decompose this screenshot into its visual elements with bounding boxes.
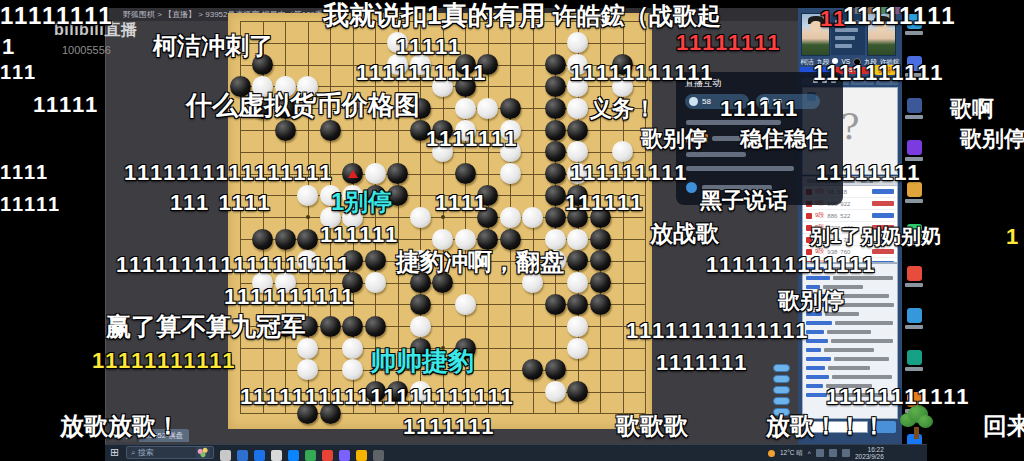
black-stone[interactable] [612,54,633,75]
black-stone[interactable] [477,229,498,250]
chat-message [806,312,894,316]
desktop-icon[interactable] [902,98,926,119]
white-stone[interactable] [342,338,363,359]
black-stone[interactable] [365,381,386,402]
taskbar-app-icon[interactable] [305,450,316,461]
chat-message [806,267,894,271]
desktop-icon[interactable] [868,7,875,14]
danmaku-comment: 1111 [0,162,49,182]
black-stone[interactable] [545,98,566,119]
match-info-line [835,20,861,24]
rank-grade: 9段 [815,211,824,220]
white-stone[interactable] [410,54,431,75]
white-stone[interactable] [432,229,453,250]
interaction-bottom-row [686,182,772,193]
black-stone[interactable] [342,272,363,293]
quick-action-button[interactable] [773,364,790,372]
player-photo-left [801,13,830,56]
white-stone[interactable] [567,338,588,359]
quick-action-button[interactable] [773,375,790,383]
win-rate-label: 45% [846,67,858,74]
black-stone[interactable] [365,316,386,337]
star-point [441,215,445,219]
black-stone[interactable] [567,381,588,402]
black-stone[interactable] [410,294,431,315]
tray-icon[interactable] [829,449,837,457]
black-stone[interactable] [522,359,543,380]
black-stone[interactable] [567,120,588,141]
white-stone[interactable] [275,76,296,97]
star-point [306,215,310,219]
white-stone[interactable] [567,141,588,162]
white-stone[interactable] [567,272,588,293]
player-name-bar [872,189,894,194]
danmaku-comment: 11111 [0,194,61,214]
table-row[interactable]: 9段 938 760 [803,246,897,258]
tree-icon [898,403,938,443]
chat-message [806,357,894,361]
chat-message [806,384,894,388]
room-number: 10005556 [62,44,111,56]
white-stone[interactable] [252,272,273,293]
black-stone[interactable] [297,229,318,250]
chat-message [806,330,894,334]
taskbar-app-icon[interactable] [322,450,333,461]
white-stone[interactable] [545,381,566,402]
score-2: 760 [840,249,850,255]
chat-message [806,348,894,352]
star-point [441,346,445,350]
player-left-name: 柯洁 [800,57,813,66]
black-stone[interactable] [590,207,611,228]
black-stone[interactable] [365,185,386,206]
white-stone[interactable] [387,32,408,53]
danmaku-comment: 歌别停 [960,128,1024,150]
black-stone[interactable] [410,338,431,359]
gift-counter-2[interactable]: 50 [756,94,820,109]
white-stone[interactable] [522,207,543,228]
white-stone[interactable] [365,163,386,184]
black-stone[interactable] [320,120,341,141]
white-stone[interactable] [500,163,521,184]
quick-action-button[interactable] [773,386,790,394]
desktop-icon-column[interactable] [902,14,926,461]
taskbar-app-icon[interactable] [288,450,299,461]
black-stone[interactable] [387,381,408,402]
weather-icon [768,450,775,457]
white-stone[interactable] [410,250,431,271]
white-stone[interactable] [522,272,543,293]
desktop-icon[interactable] [902,350,926,371]
white-stone[interactable] [500,120,521,141]
table-row[interactable]: 9段 1145 785 [803,234,897,246]
white-stone[interactable] [320,185,341,206]
black-stone[interactable] [590,272,611,293]
clock: 16:22 2023/9/26 [855,446,884,460]
white-stone[interactable] [297,185,318,206]
player-name-bar [872,201,894,206]
chat-message [806,276,894,280]
black-stone[interactable] [590,250,611,271]
black-stone[interactable] [567,207,588,228]
avatar [689,97,698,106]
chat-line [686,120,781,125]
white-stone[interactable] [567,32,588,53]
tab-board[interactable]: 93952-棋盘 [139,429,189,442]
white-stone[interactable] [387,54,408,75]
desktop-icon[interactable] [902,182,926,203]
avatar [760,97,769,106]
black-stone[interactable] [567,250,588,271]
taskbar-app-icons[interactable] [220,447,390,458]
table-row[interactable]: 9段 886 522 [803,210,897,222]
black-stone[interactable] [545,76,566,97]
black-stone[interactable] [477,207,498,228]
desktop-icon[interactable] [902,14,926,35]
black-stone[interactable] [590,294,611,315]
tray-expand-arrow[interactable]: ^ [808,450,811,457]
black-stone[interactable] [432,120,453,141]
vs-label: VS [841,57,850,66]
white-stone[interactable] [612,76,633,97]
avatar [686,182,697,193]
black-stone[interactable] [410,120,431,141]
white-stone[interactable] [432,141,453,162]
gift-counter-1[interactable]: 58 [685,94,749,109]
vip-badge [686,134,708,143]
taskbar-app-icon[interactable] [237,450,248,461]
interaction-window-buttons[interactable] [813,78,836,83]
chat-message [806,339,894,343]
black-stone[interactable] [275,229,296,250]
desktop-icon[interactable] [894,7,901,14]
white-stone[interactable] [477,98,498,119]
black-stone[interactable] [252,229,273,250]
white-stone[interactable] [545,250,566,271]
desktop-icon[interactable] [881,7,888,14]
black-stone[interactable] [545,120,566,141]
danmaku-comment: 歌啊 [950,98,994,120]
black-stone[interactable] [545,359,566,380]
white-stone[interactable] [567,229,588,250]
score-2: 922 [840,201,850,207]
white-stone[interactable] [297,76,318,97]
white-stone[interactable] [455,120,476,141]
player-left-rank: 九段 [816,57,829,66]
weather-text: 12°C 晴 [780,449,803,458]
score-2: 522 [840,213,850,219]
white-stone[interactable] [455,294,476,315]
score-1: 938 [827,249,837,255]
desktop-icon[interactable] [855,7,862,14]
tab-hall[interactable]: 大厅 [109,429,136,442]
taskbar-app-icon[interactable] [356,450,367,461]
taskbar-app-icon[interactable] [373,450,384,461]
quick-action-button[interactable] [773,408,790,416]
black-stone[interactable] [297,316,318,337]
danmaku-comment: 11111 [33,94,99,116]
desktop-icon[interactable] [902,308,926,329]
danmaku-comment: 1 [2,36,16,58]
grid-line [645,21,646,414]
danmaku-comment: 回来 [983,414,1024,438]
black-stone[interactable] [567,294,588,315]
chat-message [806,294,894,298]
black-stone[interactable] [320,403,341,424]
black-stone[interactable] [387,185,408,206]
rank-grade: 9段 [815,235,824,244]
white-stone[interactable] [275,272,296,293]
white-stone[interactable] [342,359,363,380]
black-stone[interactable] [432,272,453,293]
black-stone[interactable] [455,338,476,359]
black-stone[interactable] [545,294,566,315]
white-stone[interactable] [365,272,386,293]
desktop-icon[interactable] [902,224,926,245]
player-name-bar [872,213,894,218]
black-stone[interactable] [545,207,566,228]
black-stone[interactable] [545,141,566,162]
white-stone[interactable] [567,76,588,97]
rank-grade: 9段 [815,247,824,256]
black-stone[interactable] [320,316,341,337]
black-stone[interactable] [275,316,296,337]
black-stone[interactable] [275,98,296,119]
score-1: 886 [827,213,837,219]
player-photo-right [867,13,896,56]
black-stone[interactable] [297,403,318,424]
live-interaction-window[interactable]: 直播互动 58 50 [676,72,843,205]
table-row[interactable]: 9段 1306 675 [803,222,897,234]
white-stone[interactable] [455,98,476,119]
white-stone[interactable] [252,76,273,97]
black-stone[interactable] [567,185,588,206]
black-stone[interactable] [500,98,521,119]
black-stone[interactable] [455,163,476,184]
tray-icon[interactable] [816,449,824,457]
player-name-bar [872,249,894,254]
black-stone[interactable] [455,54,476,75]
last-move-marker [348,170,358,178]
rank-badge [806,237,812,243]
chat-line [686,152,746,157]
white-stone[interactable] [567,316,588,337]
white-stone[interactable] [297,338,318,359]
window-bottom-tabs[interactable]: 大厅 93952-棋盘 [109,429,189,442]
black-stone[interactable] [387,163,408,184]
rank-grade: 9段 [815,223,824,232]
white-stone[interactable] [500,141,521,162]
taskbar-app-icon[interactable] [254,450,265,461]
white-stone[interactable] [612,141,633,162]
player-name-bar [872,225,894,230]
taskbar-app-icon[interactable] [220,450,231,461]
chat-message [806,321,894,325]
black-stone[interactable] [590,229,611,250]
taskbar-app-icon[interactable] [271,450,282,461]
white-stone[interactable] [342,207,363,228]
black-stone[interactable] [477,54,498,75]
interaction-title: 直播互动 [685,77,721,90]
chat-line [686,166,794,171]
black-stone[interactable] [477,185,498,206]
match-info-box [831,14,865,55]
go-board[interactable] [228,13,652,429]
white-stone[interactable] [545,229,566,250]
danmaku-comment: 111 [0,62,37,82]
score-2: 675 [844,225,854,231]
black-stone[interactable] [410,98,431,119]
spectator-chat[interactable] [802,263,898,419]
black-stone-icon [853,58,861,66]
system-tray[interactable]: 12°C 晴 ^ 16:22 2023/9/26 [768,446,884,460]
bilibili-watermark: bilibili直播 [54,20,137,41]
desktop-icon[interactable] [902,140,926,161]
taskbar-app-icon[interactable] [339,450,350,461]
chat-input[interactable] [804,421,868,433]
black-stone[interactable] [500,229,521,250]
tray-icon[interactable] [842,449,850,457]
black-stone[interactable] [545,54,566,75]
desktop-icon[interactable] [902,266,926,287]
black-stone[interactable] [230,76,251,97]
white-stone-icon [832,58,838,64]
score-1: 1306 [827,225,840,231]
support-button[interactable]: 支持 [872,65,898,75]
score-1: 1145 [827,237,840,243]
black-stone[interactable] [545,163,566,184]
start-button[interactable]: ⊞ [110,446,119,459]
weather-widget-icon[interactable] [196,447,210,458]
chat-message [806,375,894,379]
rank-badge [806,249,812,255]
white-stone[interactable] [410,381,431,402]
white-stone[interactable] [432,76,453,97]
white-stone[interactable] [500,207,521,228]
chat-line [712,136,792,141]
quick-action-buttons[interactable] [773,364,791,419]
black-stone[interactable] [455,76,476,97]
rank-badge [806,213,812,219]
black-stone[interactable] [342,250,363,271]
chat-message [806,303,894,307]
white-stone[interactable] [297,359,318,380]
chat-message [806,366,894,370]
player-name-bar [872,237,894,242]
white-stone[interactable] [567,163,588,184]
chat-message [806,393,894,397]
white-stone[interactable] [410,207,431,228]
window-toolbar-icons [556,1,640,7]
black-stone[interactable] [275,120,296,141]
white-stone[interactable] [410,316,431,337]
black-stone[interactable] [252,98,273,119]
black-stone[interactable] [252,54,273,75]
desktop-icon[interactable] [902,56,926,77]
white-stone[interactable] [320,207,341,228]
black-stone[interactable] [365,250,386,271]
white-stone[interactable] [455,229,476,250]
match-info-line [835,36,855,40]
chat-send-button[interactable] [872,421,896,433]
black-stone[interactable] [545,185,566,206]
quick-action-button[interactable] [773,397,790,405]
white-stone[interactable] [342,185,363,206]
chat-message [806,285,894,289]
danmaku-comment: 1 [1006,226,1020,248]
black-stone[interactable] [342,316,363,337]
black-stone[interactable] [410,272,431,293]
score-2: 785 [843,237,853,243]
match-info-line [835,44,852,48]
white-stone[interactable] [567,98,588,119]
white-stone[interactable] [567,54,588,75]
desktop-top-icons[interactable] [855,0,907,8]
white-stone[interactable] [297,250,318,271]
rank-badge [806,225,812,231]
match-info-line [835,28,858,32]
